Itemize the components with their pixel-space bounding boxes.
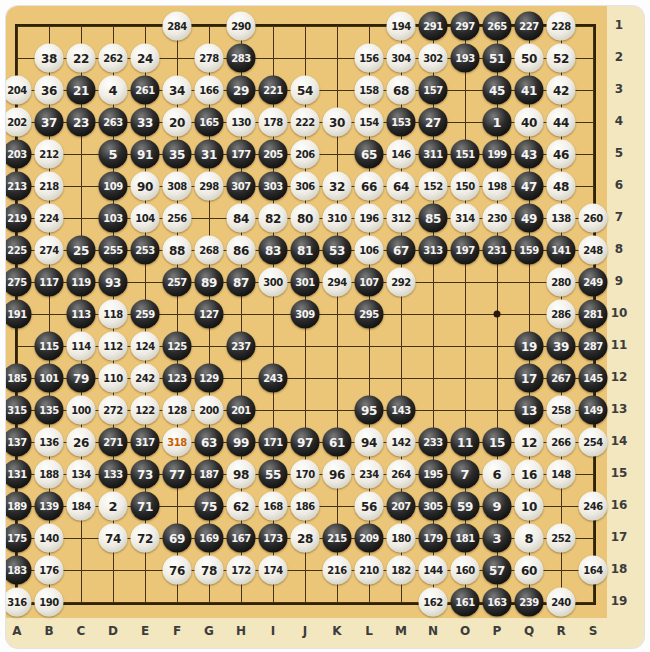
go-stone-O6[interactable]: 150	[451, 172, 480, 201]
go-stone-S16[interactable]: 246	[579, 492, 608, 521]
go-stone-C2[interactable]: 22	[67, 44, 96, 73]
go-stone-R15[interactable]: 148	[547, 460, 576, 489]
go-stone-J5[interactable]: 206	[291, 140, 320, 169]
go-stone-I14[interactable]: 171	[259, 428, 288, 457]
go-stone-I17[interactable]: 173	[259, 524, 288, 553]
col-label-S: S	[582, 624, 604, 638]
go-stone-D16[interactable]: 2	[99, 492, 128, 521]
go-stone-L5[interactable]: 65	[355, 140, 384, 169]
go-stone-D5[interactable]: 5	[99, 140, 128, 169]
go-stone-Q12[interactable]: 17	[515, 364, 544, 393]
go-stone-F12[interactable]: 123	[163, 364, 192, 393]
go-stone-M2[interactable]: 304	[387, 44, 416, 73]
row-label-4: 4	[606, 114, 632, 128]
go-stone-P4[interactable]: 1	[483, 108, 512, 137]
go-stone-G3[interactable]: 166	[195, 76, 224, 105]
go-stone-H4[interactable]: 130	[227, 108, 256, 137]
go-stone-M13[interactable]: 143	[387, 396, 416, 425]
go-stone-P18[interactable]: 57	[483, 556, 512, 585]
go-stone-H11[interactable]: 237	[227, 332, 256, 361]
go-stone-D15[interactable]: 133	[99, 460, 128, 489]
go-stone-D10[interactable]: 118	[99, 300, 128, 329]
go-stone-G16[interactable]: 75	[195, 492, 224, 521]
col-label-R: R	[550, 624, 572, 638]
go-stone-J4[interactable]: 222	[291, 108, 320, 137]
go-stone-R3[interactable]: 42	[547, 76, 576, 105]
go-stone-G4[interactable]: 165	[195, 108, 224, 137]
col-label-P: P	[486, 624, 508, 638]
go-stone-H7[interactable]: 84	[227, 204, 256, 233]
go-stone-J10[interactable]: 309	[291, 300, 320, 329]
go-stone-E11[interactable]: 124	[131, 332, 160, 361]
go-stone-L10[interactable]: 295	[355, 300, 384, 329]
go-stone-S10[interactable]: 281	[579, 300, 608, 329]
go-stone-I8[interactable]: 83	[259, 236, 288, 265]
go-stone-K6[interactable]: 32	[323, 172, 352, 201]
go-stone-F1[interactable]: 284	[163, 12, 192, 41]
col-label-J: J	[294, 624, 316, 638]
go-stone-Q1[interactable]: 227	[515, 12, 544, 41]
go-stone-N5[interactable]: 311	[419, 140, 448, 169]
row-label-6: 6	[606, 178, 632, 192]
go-stone-O17[interactable]: 181	[451, 524, 480, 553]
go-stone-L15[interactable]: 234	[355, 460, 384, 489]
row-label-13: 13	[606, 402, 632, 416]
row-label-16: 16	[606, 498, 632, 512]
go-stone-K15[interactable]: 96	[323, 460, 352, 489]
col-label-G: G	[198, 624, 220, 638]
go-stone-B4[interactable]: 37	[35, 108, 64, 137]
go-stone-C8[interactable]: 25	[67, 236, 96, 265]
go-stone-M6[interactable]: 64	[387, 172, 416, 201]
go-stone-F7[interactable]: 256	[163, 204, 192, 233]
go-stone-R1[interactable]: 228	[547, 12, 576, 41]
go-stone-F18[interactable]: 76	[163, 556, 192, 585]
go-stone-B11[interactable]: 115	[35, 332, 64, 361]
go-stone-N1[interactable]: 291	[419, 12, 448, 41]
go-stone-O2[interactable]: 193	[451, 44, 480, 73]
go-stone-I15[interactable]: 55	[259, 460, 288, 489]
row-label-8: 8	[606, 242, 632, 256]
go-stone-I6[interactable]: 303	[259, 172, 288, 201]
go-stone-H16[interactable]: 62	[227, 492, 256, 521]
col-label-M: M	[390, 624, 412, 638]
go-stone-C10[interactable]: 113	[67, 300, 96, 329]
go-stone-G14[interactable]: 63	[195, 428, 224, 457]
row-label-1: 1	[606, 18, 632, 32]
go-stone-E6[interactable]: 90	[131, 172, 160, 201]
go-stone-G12[interactable]: 129	[195, 364, 224, 393]
go-stone-C12[interactable]: 79	[67, 364, 96, 393]
go-stone-Q8[interactable]: 159	[515, 236, 544, 265]
go-stone-G2[interactable]: 278	[195, 44, 224, 73]
go-stone-Q18[interactable]: 60	[515, 556, 544, 585]
go-stone-Q2[interactable]: 50	[515, 44, 544, 73]
go-stone-Q6[interactable]: 47	[515, 172, 544, 201]
go-stone-B15[interactable]: 188	[35, 460, 64, 489]
go-stone-G6[interactable]: 298	[195, 172, 224, 201]
go-stone-M4[interactable]: 153	[387, 108, 416, 137]
go-stone-K14[interactable]: 61	[323, 428, 352, 457]
go-stone-L9[interactable]: 107	[355, 268, 384, 297]
col-label-E: E	[134, 624, 156, 638]
go-stone-J3[interactable]: 54	[291, 76, 320, 105]
go-stone-R10[interactable]: 286	[547, 300, 576, 329]
col-label-Q: Q	[518, 624, 540, 638]
go-stone-B6[interactable]: 218	[35, 172, 64, 201]
go-stone-G5[interactable]: 31	[195, 140, 224, 169]
row-label-10: 10	[606, 306, 632, 320]
go-stone-E14[interactable]: 317	[131, 428, 160, 457]
go-stone-I3[interactable]: 221	[259, 76, 288, 105]
go-stone-J7[interactable]: 80	[291, 204, 320, 233]
go-stone-N17[interactable]: 179	[419, 524, 448, 553]
go-stone-H5[interactable]: 177	[227, 140, 256, 169]
go-stone-O15[interactable]: 7	[451, 460, 480, 489]
go-stone-P16[interactable]: 9	[483, 492, 512, 521]
go-stone-B12[interactable]: 101	[35, 364, 64, 393]
go-stone-B2[interactable]: 38	[35, 44, 64, 73]
go-stone-M17[interactable]: 180	[387, 524, 416, 553]
go-stone-P17[interactable]: 3	[483, 524, 512, 553]
go-stone-J8[interactable]: 81	[291, 236, 320, 265]
go-stone-P1[interactable]: 265	[483, 12, 512, 41]
go-stone-C11[interactable]: 114	[67, 332, 96, 361]
col-label-B: B	[38, 624, 60, 638]
go-stone-P7[interactable]: 230	[483, 204, 512, 233]
go-stone-F13[interactable]: 128	[163, 396, 192, 425]
go-stone-I7[interactable]: 82	[259, 204, 288, 233]
go-stone-O8[interactable]: 197	[451, 236, 480, 265]
go-stone-P19[interactable]: 163	[483, 588, 512, 617]
go-stone-R17[interactable]: 252	[547, 524, 576, 553]
go-stone-I12[interactable]: 243	[259, 364, 288, 393]
go-stone-G13[interactable]: 200	[195, 396, 224, 425]
go-stone-D17[interactable]: 74	[99, 524, 128, 553]
go-stone-J6[interactable]: 306	[291, 172, 320, 201]
row-label-11: 11	[606, 338, 632, 352]
go-stone-Q11[interactable]: 19	[515, 332, 544, 361]
go-stone-N4[interactable]: 27	[419, 108, 448, 137]
go-stone-E4[interactable]: 33	[131, 108, 160, 137]
go-stone-P2[interactable]: 51	[483, 44, 512, 73]
go-stone-K18[interactable]: 216	[323, 556, 352, 585]
go-stone-N19[interactable]: 162	[419, 588, 448, 617]
row-label-12: 12	[606, 370, 632, 384]
go-stone-B5[interactable]: 212	[35, 140, 64, 169]
go-stone-D4[interactable]: 263	[99, 108, 128, 137]
go-stone-M5[interactable]: 146	[387, 140, 416, 169]
go-stone-C4[interactable]: 23	[67, 108, 96, 137]
go-stone-M14[interactable]: 142	[387, 428, 416, 457]
col-label-N: N	[422, 624, 444, 638]
go-stone-N7[interactable]: 85	[419, 204, 448, 233]
go-stone-O18[interactable]: 160	[451, 556, 480, 585]
go-stone-F5[interactable]: 35	[163, 140, 192, 169]
go-stone-K7[interactable]: 310	[323, 204, 352, 233]
go-stone-B8[interactable]: 274	[35, 236, 64, 265]
go-stone-L8[interactable]: 106	[355, 236, 384, 265]
go-stone-J16[interactable]: 186	[291, 492, 320, 521]
go-stone-E5[interactable]: 91	[131, 140, 160, 169]
go-stone-S11[interactable]: 287	[579, 332, 608, 361]
go-stone-Q7[interactable]: 49	[515, 204, 544, 233]
go-stone-E10[interactable]: 259	[131, 300, 160, 329]
go-stone-Q19[interactable]: 239	[515, 588, 544, 617]
go-stone-R12[interactable]: 267	[547, 364, 576, 393]
go-stone-H14[interactable]: 99	[227, 428, 256, 457]
go-stone-D14[interactable]: 271	[99, 428, 128, 457]
go-stone-E8[interactable]: 253	[131, 236, 160, 265]
go-stone-O19[interactable]: 161	[451, 588, 480, 617]
go-stone-L7[interactable]: 196	[355, 204, 384, 233]
col-label-F: F	[166, 624, 188, 638]
go-stone-C15[interactable]: 134	[67, 460, 96, 489]
go-stone-R6[interactable]: 48	[547, 172, 576, 201]
go-stone-R7[interactable]: 138	[547, 204, 576, 233]
go-stone-P5[interactable]: 199	[483, 140, 512, 169]
go-stone-P14[interactable]: 15	[483, 428, 512, 457]
row-label-19: 19	[606, 594, 632, 608]
go-stone-B7[interactable]: 224	[35, 204, 64, 233]
go-stone-H17[interactable]: 167	[227, 524, 256, 553]
go-stone-K8[interactable]: 53	[323, 236, 352, 265]
go-stone-B18[interactable]: 176	[35, 556, 64, 585]
go-stone-N14[interactable]: 233	[419, 428, 448, 457]
go-stone-M8[interactable]: 67	[387, 236, 416, 265]
go-stone-L18[interactable]: 210	[355, 556, 384, 585]
go-stone-D2[interactable]: 262	[99, 44, 128, 73]
go-stone-S12[interactable]: 145	[579, 364, 608, 393]
go-stone-H18[interactable]: 172	[227, 556, 256, 585]
go-stone-I16[interactable]: 168	[259, 492, 288, 521]
go-stone-K4[interactable]: 30	[323, 108, 352, 137]
go-stone-I5[interactable]: 205	[259, 140, 288, 169]
go-stone-Q3[interactable]: 41	[515, 76, 544, 105]
go-stone-D11[interactable]: 112	[99, 332, 128, 361]
go-stone-S7[interactable]: 260	[579, 204, 608, 233]
go-stone-B13[interactable]: 135	[35, 396, 64, 425]
star-point-P10	[494, 311, 501, 318]
go-stone-O1[interactable]: 297	[451, 12, 480, 41]
go-board[interactable]: 2842901942912972652272283822262242782831…	[6, 6, 644, 648]
go-stone-M1[interactable]: 194	[387, 12, 416, 41]
go-stone-E13[interactable]: 122	[131, 396, 160, 425]
go-stone-J17[interactable]: 28	[291, 524, 320, 553]
go-stone-D7[interactable]: 103	[99, 204, 128, 233]
go-stone-K9[interactable]: 294	[323, 268, 352, 297]
go-stone-D9[interactable]: 93	[99, 268, 128, 297]
go-stone-R9[interactable]: 280	[547, 268, 576, 297]
row-label-9: 9	[606, 274, 632, 288]
go-stone-S8[interactable]: 248	[579, 236, 608, 265]
go-stone-G9[interactable]: 89	[195, 268, 224, 297]
go-stone-L17[interactable]: 209	[355, 524, 384, 553]
go-stone-N2[interactable]: 302	[419, 44, 448, 73]
go-stone-D3[interactable]: 4	[99, 76, 128, 105]
go-stone-O14[interactable]: 11	[451, 428, 480, 457]
go-stone-H3[interactable]: 29	[227, 76, 256, 105]
go-stone-E15[interactable]: 73	[131, 460, 160, 489]
go-stone-B17[interactable]: 140	[35, 524, 64, 553]
go-stone-P8[interactable]: 231	[483, 236, 512, 265]
go-stone-L16[interactable]: 56	[355, 492, 384, 521]
go-stone-B16[interactable]: 139	[35, 492, 64, 521]
go-stone-B19[interactable]: 190	[35, 588, 64, 617]
go-stone-H15[interactable]: 98	[227, 460, 256, 489]
go-stone-B14[interactable]: 136	[35, 428, 64, 457]
go-stone-G15[interactable]: 187	[195, 460, 224, 489]
go-stone-E12[interactable]: 242	[131, 364, 160, 393]
go-stone-E16[interactable]: 71	[131, 492, 160, 521]
go-stone-M7[interactable]: 312	[387, 204, 416, 233]
go-stone-I4[interactable]: 178	[259, 108, 288, 137]
go-stone-R5[interactable]: 46	[547, 140, 576, 169]
col-label-H: H	[230, 624, 252, 638]
go-stone-F11[interactable]: 125	[163, 332, 192, 361]
go-stone-L6[interactable]: 66	[355, 172, 384, 201]
go-stone-M15[interactable]: 264	[387, 460, 416, 489]
go-stone-I9[interactable]: 300	[259, 268, 288, 297]
go-stone-L14[interactable]: 94	[355, 428, 384, 457]
go-stone-L3[interactable]: 158	[355, 76, 384, 105]
go-stone-B9[interactable]: 117	[35, 268, 64, 297]
go-stone-C13[interactable]: 100	[67, 396, 96, 425]
go-stone-H9[interactable]: 87	[227, 268, 256, 297]
go-stone-L4[interactable]: 154	[355, 108, 384, 137]
row-label-17: 17	[606, 530, 632, 544]
go-stone-S18[interactable]: 164	[579, 556, 608, 585]
go-stone-J14[interactable]: 97	[291, 428, 320, 457]
go-stone-Q16[interactable]: 10	[515, 492, 544, 521]
go-stone-B3[interactable]: 36	[35, 76, 64, 105]
go-stone-F3[interactable]: 34	[163, 76, 192, 105]
col-label-D: D	[102, 624, 124, 638]
go-stone-E7[interactable]: 104	[131, 204, 160, 233]
go-stone-C9[interactable]: 119	[67, 268, 96, 297]
go-stone-O16[interactable]: 59	[451, 492, 480, 521]
go-stone-R19[interactable]: 240	[547, 588, 576, 617]
go-stone-F8[interactable]: 88	[163, 236, 192, 265]
go-stone-E17[interactable]: 72	[131, 524, 160, 553]
go-stone-F6[interactable]: 308	[163, 172, 192, 201]
go-stone-R2[interactable]: 52	[547, 44, 576, 73]
go-stone-J15[interactable]: 170	[291, 460, 320, 489]
go-stone-F4[interactable]: 20	[163, 108, 192, 137]
col-label-A: A	[6, 624, 28, 638]
go-stone-C3[interactable]: 21	[67, 76, 96, 105]
go-stone-R13[interactable]: 258	[547, 396, 576, 425]
row-label-14: 14	[606, 434, 632, 448]
row-label-3: 3	[606, 82, 632, 96]
go-stone-F17[interactable]: 69	[163, 524, 192, 553]
go-stone-E3[interactable]: 261	[131, 76, 160, 105]
go-stone-S14[interactable]: 254	[579, 428, 608, 457]
go-stone-N8[interactable]: 313	[419, 236, 448, 265]
go-stone-H13[interactable]: 201	[227, 396, 256, 425]
go-stone-R11[interactable]: 39	[547, 332, 576, 361]
go-stone-F14[interactable]: 318	[163, 428, 192, 457]
go-stone-P15[interactable]: 6	[483, 460, 512, 489]
go-stone-C16[interactable]: 184	[67, 492, 96, 521]
go-stone-L2[interactable]: 156	[355, 44, 384, 73]
go-stone-R14[interactable]: 266	[547, 428, 576, 457]
go-stone-Q15[interactable]: 16	[515, 460, 544, 489]
go-stone-S9[interactable]: 249	[579, 268, 608, 297]
col-label-O: O	[454, 624, 476, 638]
go-stone-H6[interactable]: 307	[227, 172, 256, 201]
go-stone-D12[interactable]: 110	[99, 364, 128, 393]
row-label-18: 18	[606, 562, 632, 576]
row-label-7: 7	[606, 210, 632, 224]
go-stone-M9[interactable]: 292	[387, 268, 416, 297]
go-stone-C14[interactable]: 26	[67, 428, 96, 457]
row-label-15: 15	[606, 466, 632, 480]
go-stone-D6[interactable]: 109	[99, 172, 128, 201]
go-stone-N15[interactable]: 195	[419, 460, 448, 489]
go-stone-D8[interactable]: 255	[99, 236, 128, 265]
go-stone-O7[interactable]: 314	[451, 204, 480, 233]
col-label-C: C	[70, 624, 92, 638]
go-stone-N16[interactable]: 305	[419, 492, 448, 521]
go-stone-I18[interactable]: 174	[259, 556, 288, 585]
go-stone-N18[interactable]: 144	[419, 556, 448, 585]
go-stone-Q17[interactable]: 8	[515, 524, 544, 553]
row-label-5: 5	[606, 146, 632, 160]
go-stone-N6[interactable]: 152	[419, 172, 448, 201]
go-stone-H8[interactable]: 86	[227, 236, 256, 265]
go-stone-K17[interactable]: 215	[323, 524, 352, 553]
go-stone-M3[interactable]: 68	[387, 76, 416, 105]
go-stone-N3[interactable]: 157	[419, 76, 448, 105]
go-stone-Q4[interactable]: 40	[515, 108, 544, 137]
go-stone-Q14[interactable]: 12	[515, 428, 544, 457]
go-stone-S13[interactable]: 149	[579, 396, 608, 425]
go-stone-Q13[interactable]: 13	[515, 396, 544, 425]
go-stone-R8[interactable]: 141	[547, 236, 576, 265]
go-stone-D13[interactable]: 272	[99, 396, 128, 425]
go-stone-E2[interactable]: 24	[131, 44, 160, 73]
go-stone-G10[interactable]: 127	[195, 300, 224, 329]
go-stone-O5[interactable]: 151	[451, 140, 480, 169]
row-label-2: 2	[606, 50, 632, 64]
col-label-L: L	[358, 624, 380, 638]
go-stone-P3[interactable]: 45	[483, 76, 512, 105]
go-stone-F15[interactable]: 77	[163, 460, 192, 489]
go-stone-Q5[interactable]: 43	[515, 140, 544, 169]
go-stone-M16[interactable]: 207	[387, 492, 416, 521]
go-stone-H2[interactable]: 283	[227, 44, 256, 73]
window: 2842901942912972652272283822262242782831…	[0, 0, 650, 652]
go-stone-G18[interactable]: 78	[195, 556, 224, 585]
go-stone-F9[interactable]: 257	[163, 268, 192, 297]
go-stone-J9[interactable]: 301	[291, 268, 320, 297]
go-stone-H1[interactable]: 290	[227, 12, 256, 41]
go-stone-G8[interactable]: 268	[195, 236, 224, 265]
go-stone-M18[interactable]: 182	[387, 556, 416, 585]
go-stone-R4[interactable]: 44	[547, 108, 576, 137]
col-label-K: K	[326, 624, 348, 638]
go-stone-P6[interactable]: 198	[483, 172, 512, 201]
go-stone-G17[interactable]: 169	[195, 524, 224, 553]
go-stone-L13[interactable]: 95	[355, 396, 384, 425]
col-label-I: I	[262, 624, 284, 638]
